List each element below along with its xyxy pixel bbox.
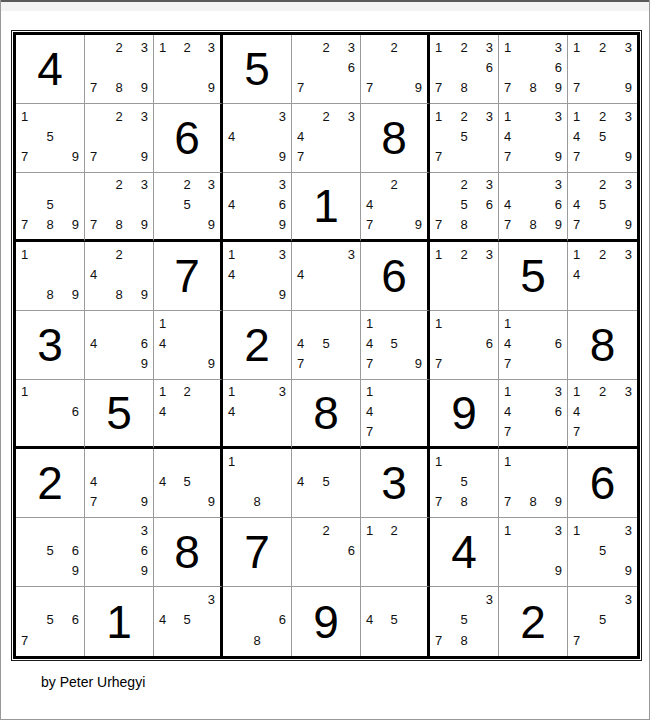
cell-r6c8[interactable]: 13467 [499, 380, 568, 449]
cell-r6c1[interactable]: 16 [16, 380, 85, 449]
pencil-mark-3: 3 [612, 37, 632, 57]
pencil-slot [523, 333, 542, 353]
cell-r9c8[interactable]: 2 [499, 587, 568, 656]
cell-r8c1[interactable]: 569 [16, 518, 85, 587]
pencil-mark-4: 4 [504, 402, 523, 422]
cell-r4c9[interactable]: 1234 [568, 242, 637, 311]
cell-r9c7[interactable]: 3578 [430, 587, 499, 656]
cell-r7c2[interactable]: 479 [85, 449, 154, 518]
cell-r1c5[interactable]: 2367 [292, 35, 361, 104]
pencil-mark-7: 7 [435, 630, 454, 651]
cell-r3c8[interactable]: 346789 [499, 173, 568, 242]
cell-r1c1[interactable]: 4 [16, 35, 85, 104]
pencil-slot [612, 264, 632, 284]
pencil-slot [267, 264, 286, 284]
cell-r4c7[interactable]: 123 [430, 242, 499, 311]
cell-r1c8[interactable]: 136789 [499, 35, 568, 104]
pencil-mark-3: 3 [267, 244, 286, 264]
pencil-slot [543, 421, 562, 441]
pencil-mark-2: 2 [109, 244, 128, 264]
pencil-mark-6: 6 [543, 195, 562, 215]
pencil-slot [385, 630, 404, 651]
pencil-slot [60, 382, 79, 402]
cell-r2c9[interactable]: 1234579 [568, 104, 637, 173]
pencil-slot [316, 313, 335, 333]
pencil-mark-5: 5 [178, 195, 197, 215]
pencil-mark-6: 6 [267, 195, 286, 215]
cell-r7c1[interactable]: 2 [16, 449, 85, 518]
cell-r5c7[interactable]: 167 [430, 311, 499, 380]
pencil-mark-7: 7 [21, 630, 40, 651]
given-digit: 5 [106, 390, 132, 436]
pencil-mark-9: 9 [60, 214, 79, 234]
cell-r8c7[interactable]: 4 [430, 518, 499, 587]
pencil-mark-9: 9 [543, 492, 562, 512]
pencil-slot [60, 520, 79, 540]
pencil-slot [593, 264, 613, 284]
cell-r2c6[interactable]: 8 [361, 104, 430, 173]
pencil-slot [523, 57, 542, 77]
cell-r2c8[interactable]: 13479 [499, 104, 568, 173]
given-digit: 7 [174, 253, 200, 299]
pencil-slot [543, 313, 562, 333]
cell-r9c3[interactable]: 345 [154, 587, 223, 656]
pencil-mark-3: 3 [612, 589, 632, 610]
pencil-mark-8: 8 [247, 630, 266, 651]
pencil-slot [247, 147, 266, 167]
pencil-mark-6: 6 [129, 540, 148, 560]
pencil-mark-1: 1 [504, 106, 523, 126]
cell-r3c4[interactable]: 3469 [223, 173, 292, 242]
given-digit: 8 [174, 529, 200, 575]
pencil-slot [109, 313, 128, 333]
pencil-slot [297, 106, 316, 126]
pencil-mark-3: 3 [336, 37, 355, 57]
pencil-slot [523, 382, 542, 402]
cell-r4c1[interactable]: 189 [16, 242, 85, 311]
pencil-slot [316, 264, 335, 284]
cell-r2c4[interactable]: 349 [223, 104, 292, 173]
pencil-slot [196, 610, 215, 631]
cell-r3c9[interactable]: 234579 [568, 173, 637, 242]
pencil-slot [40, 147, 59, 167]
pencil-mark-8: 8 [454, 78, 473, 98]
pencil-slot [109, 57, 128, 77]
pencil-slot [403, 175, 422, 195]
pencil-slot [196, 57, 215, 77]
pencil-slot [403, 195, 422, 215]
cell-r4c8[interactable]: 5 [499, 242, 568, 311]
cell-r7c3[interactable]: 459 [154, 449, 223, 518]
pencil-slot [336, 561, 355, 581]
pencil-slot [60, 630, 79, 651]
given-digit: 5 [244, 46, 270, 92]
pencil-slot [385, 195, 404, 215]
pencil-slot [454, 57, 473, 77]
cell-r6c6[interactable]: 147 [361, 380, 430, 449]
cell-r2c3[interactable]: 6 [154, 104, 223, 173]
given-digit: 2 [520, 599, 546, 645]
pencil-mark-9: 9 [267, 214, 286, 234]
cell-r6c3[interactable]: 124 [154, 380, 223, 449]
cell-r6c2[interactable]: 5 [85, 380, 154, 449]
pencil-slot [247, 402, 266, 422]
pencil-mark-3: 3 [612, 175, 632, 195]
pencil-mark-1: 1 [228, 382, 247, 402]
pencil-slot [612, 126, 632, 146]
given-digit: 7 [244, 529, 270, 575]
pencil-slot [196, 451, 215, 471]
pencil-mark-3: 3 [267, 106, 286, 126]
pencil-slot [21, 421, 40, 441]
pencil-mark-9: 9 [129, 492, 148, 512]
pencil-slot [228, 610, 247, 631]
pencil-slot [336, 333, 355, 353]
pencil-slot [109, 471, 128, 491]
pencil-mark-1: 1 [435, 244, 454, 264]
cell-r1c9[interactable]: 12379 [568, 35, 637, 104]
pencil-mark-7: 7 [366, 214, 385, 234]
pencil-slot [385, 540, 404, 560]
pencil-slot [593, 421, 613, 441]
pencil-mark-5: 5 [40, 195, 59, 215]
pencil-mark-9: 9 [60, 147, 79, 167]
cell-r4c6[interactable]: 6 [361, 242, 430, 311]
pencil-mark-6: 6 [336, 57, 355, 77]
pencil-slot [159, 589, 178, 610]
pencil-mark-9: 9 [129, 354, 148, 374]
cell-r3c3[interactable]: 2359 [154, 173, 223, 242]
pencil-mark-1: 1 [504, 37, 523, 57]
pencil-mark-1: 1 [504, 451, 523, 471]
cell-r5c2[interactable]: 469 [85, 311, 154, 380]
pencil-mark-8: 8 [454, 630, 473, 651]
pencil-mark-2: 2 [593, 244, 613, 264]
cell-r7c8[interactable]: 1789 [499, 449, 568, 518]
pencil-mark-8: 8 [523, 78, 542, 98]
pencil-mark-9: 9 [196, 214, 215, 234]
pencil-slot [336, 313, 355, 333]
cell-r8c3[interactable]: 8 [154, 518, 223, 587]
pencil-slot [454, 264, 473, 284]
cell-r1c2[interactable]: 23789 [85, 35, 154, 104]
pencil-slot [504, 540, 523, 560]
pencil-slot [178, 214, 197, 234]
cell-r1c4[interactable]: 5 [223, 35, 292, 104]
pencil-slot [385, 402, 404, 422]
pencil-mark-9: 9 [403, 354, 422, 374]
pencil-mark-7: 7 [504, 492, 523, 512]
cell-r2c5[interactable]: 2347 [292, 104, 361, 173]
pencil-slot [297, 57, 316, 77]
pencil-slot [297, 244, 316, 264]
pencil-slot [90, 354, 109, 374]
pencil-slot [523, 520, 542, 540]
pencil-slot [454, 589, 473, 610]
pencil-mark-7: 7 [90, 147, 109, 167]
pencil-slot [403, 37, 422, 57]
cell-r9c9[interactable]: 357 [568, 587, 637, 656]
pencil-slot [228, 106, 247, 126]
pencil-slot [178, 57, 197, 77]
pencil-mark-6: 6 [336, 540, 355, 560]
cell-r9c2[interactable]: 1 [85, 587, 154, 656]
cell-r7c4[interactable]: 18 [223, 449, 292, 518]
pencil-mark-9: 9 [129, 285, 148, 305]
pencil-slot [523, 313, 542, 333]
pencil-mark-7: 7 [90, 492, 109, 512]
pencil-mark-9: 9 [612, 147, 632, 167]
pencil-mark-2: 2 [178, 175, 197, 195]
pencil-mark-2: 2 [454, 244, 473, 264]
pencil-mark-4: 4 [159, 610, 178, 631]
pencil-slot [474, 147, 493, 167]
pencil-slot [435, 195, 454, 215]
given-digit: 8 [313, 390, 339, 436]
pencil-slot [90, 244, 109, 264]
pencil-slot [228, 147, 247, 167]
pencil-slot [90, 126, 109, 146]
cell-r8c4[interactable]: 7 [223, 518, 292, 587]
pencil-slot [90, 285, 109, 305]
pencil-mark-9: 9 [403, 78, 422, 98]
pencil-slot [385, 561, 404, 581]
pencil-mark-8: 8 [454, 492, 473, 512]
given-digit: 3 [37, 322, 63, 368]
pencil-slot [196, 421, 215, 441]
cell-r5c1[interactable]: 3 [16, 311, 85, 380]
pencil-mark-4: 4 [573, 195, 593, 215]
pencil-slot [40, 244, 59, 264]
pencil-slot [196, 382, 215, 402]
cell-r9c1[interactable]: 567 [16, 587, 85, 656]
pencil-slot [385, 78, 404, 98]
pencil-mark-9: 9 [129, 147, 148, 167]
pencil-slot [297, 285, 316, 305]
pencil-mark-6: 6 [60, 610, 79, 631]
cell-r5c5[interactable]: 457 [292, 311, 361, 380]
pencil-slot [474, 610, 493, 631]
cell-r9c4[interactable]: 68 [223, 587, 292, 656]
pencil-slot [247, 610, 266, 631]
pencil-slot [316, 147, 335, 167]
cell-r7c5[interactable]: 45 [292, 449, 361, 518]
pencil-mark-3: 3 [543, 520, 562, 540]
pencil-mark-5: 5 [454, 471, 473, 491]
pencil-slot [297, 561, 316, 581]
pencil-slot [523, 37, 542, 57]
pencil-slot [366, 561, 385, 581]
pencil-mark-1: 1 [573, 106, 593, 126]
cell-r3c1[interactable]: 5789 [16, 173, 85, 242]
pencil-slot [366, 540, 385, 560]
pencil-slot [178, 354, 197, 374]
cell-r3c2[interactable]: 23789 [85, 173, 154, 242]
cell-r7c9[interactable]: 6 [568, 449, 637, 518]
cell-r4c3[interactable]: 7 [154, 242, 223, 311]
cell-r4c2[interactable]: 2489 [85, 242, 154, 311]
pencil-slot [543, 354, 562, 374]
pencil-slot [612, 402, 632, 422]
pencil-mark-1: 1 [573, 37, 593, 57]
pencil-mark-3: 3 [543, 37, 562, 57]
pencil-mark-4: 4 [297, 471, 316, 491]
cell-r8c2[interactable]: 369 [85, 518, 154, 587]
cell-r6c9[interactable]: 12347 [568, 380, 637, 449]
given-digit: 3 [381, 460, 407, 506]
pencil-mark-4: 4 [366, 333, 385, 353]
cell-r8c9[interactable]: 1359 [568, 518, 637, 587]
pencil-mark-1: 1 [504, 382, 523, 402]
cell-r3c6[interactable]: 2479 [361, 173, 430, 242]
pencil-slot [316, 244, 335, 264]
pencil-slot [612, 195, 632, 215]
pencil-slot [40, 402, 59, 422]
pencil-mark-3: 3 [129, 37, 148, 57]
pencil-mark-1: 1 [366, 382, 385, 402]
pencil-mark-7: 7 [573, 147, 593, 167]
cell-r5c3[interactable]: 149 [154, 311, 223, 380]
pencil-mark-3: 3 [196, 37, 215, 57]
cell-r1c7[interactable]: 123678 [430, 35, 499, 104]
pencil-slot [40, 175, 59, 195]
cell-r3c5[interactable]: 1 [292, 173, 361, 242]
pencil-slot [109, 520, 128, 540]
pencil-mark-9: 9 [612, 214, 632, 234]
pencil-mark-2: 2 [109, 37, 128, 57]
pencil-slot [336, 264, 355, 284]
pencil-slot [316, 126, 335, 146]
cell-r6c4[interactable]: 134 [223, 380, 292, 449]
pencil-slot [435, 57, 454, 77]
cell-r2c1[interactable]: 1579 [16, 104, 85, 173]
pencil-mark-7: 7 [366, 421, 385, 441]
pencil-slot [403, 610, 422, 631]
cell-r9c5[interactable]: 9 [292, 587, 361, 656]
given-digit: 9 [451, 390, 477, 436]
pencil-slot [129, 195, 148, 215]
pencil-mark-5: 5 [454, 126, 473, 146]
pencil-mark-1: 1 [159, 382, 178, 402]
cell-r7c6[interactable]: 3 [361, 449, 430, 518]
pencil-slot [336, 451, 355, 471]
cell-r4c4[interactable]: 1349 [223, 242, 292, 311]
pencil-slot [60, 589, 79, 610]
pencil-mark-7: 7 [435, 492, 454, 512]
cell-r2c7[interactable]: 12357 [430, 104, 499, 173]
pencil-slot [573, 57, 593, 77]
pencil-slot [129, 264, 148, 284]
pencil-slot [336, 147, 355, 167]
pencil-slot [228, 492, 247, 512]
pencil-slot [90, 313, 109, 333]
pencil-slot [178, 451, 197, 471]
cell-r9c6[interactable]: 45 [361, 587, 430, 656]
pencil-mark-2: 2 [593, 37, 613, 57]
cell-r5c6[interactable]: 14579 [361, 311, 430, 380]
cell-r7c7[interactable]: 1578 [430, 449, 499, 518]
cell-r2c2[interactable]: 2379 [85, 104, 154, 173]
pencil-slot [21, 610, 40, 631]
top-bar [1, 2, 649, 11]
pencil-mark-1: 1 [159, 37, 178, 57]
pencil-slot [109, 451, 128, 471]
cell-r6c5[interactable]: 8 [292, 380, 361, 449]
pencil-mark-6: 6 [543, 402, 562, 422]
cell-r1c3[interactable]: 1239 [154, 35, 223, 104]
pencil-mark-9: 9 [543, 78, 562, 98]
pencil-mark-6: 6 [60, 540, 79, 560]
pencil-slot [159, 492, 178, 512]
pencil-slot [504, 57, 523, 77]
pencil-mark-1: 1 [573, 382, 593, 402]
pencil-slot [474, 630, 493, 651]
pencil-slot [247, 214, 266, 234]
pencil-slot [523, 147, 542, 167]
pencil-slot [196, 333, 215, 353]
pencil-slot [523, 195, 542, 215]
pencil-slot [109, 540, 128, 560]
pencil-mark-1: 1 [435, 37, 454, 57]
given-digit: 8 [590, 322, 616, 368]
pencil-slot [178, 402, 197, 422]
pencil-slot [159, 354, 178, 374]
cell-r6c7[interactable]: 9 [430, 380, 499, 449]
pencil-mark-6: 6 [129, 333, 148, 353]
cell-r5c8[interactable]: 1467 [499, 311, 568, 380]
pencil-mark-5: 5 [593, 540, 613, 560]
pencil-slot [247, 126, 266, 146]
pencil-mark-2: 2 [178, 382, 197, 402]
pencil-mark-4: 4 [366, 402, 385, 422]
pencil-slot [109, 333, 128, 353]
pencil-mark-1: 1 [504, 520, 523, 540]
pencil-slot [178, 333, 197, 353]
cell-r8c8[interactable]: 139 [499, 518, 568, 587]
pencil-mark-4: 4 [573, 402, 593, 422]
pencil-slot [523, 421, 542, 441]
cell-r1c6[interactable]: 279 [361, 35, 430, 104]
pencil-mark-6: 6 [474, 57, 493, 77]
pencil-mark-3: 3 [129, 175, 148, 195]
pencil-slot [593, 589, 613, 610]
pencil-slot [60, 195, 79, 215]
pencil-slot [573, 610, 593, 631]
pencil-mark-2: 2 [593, 106, 613, 126]
pencil-slot [336, 78, 355, 98]
cell-r3c7[interactable]: 235678 [430, 173, 499, 242]
cell-r5c9[interactable]: 8 [568, 311, 637, 380]
pencil-mark-9: 9 [267, 147, 286, 167]
pencil-mark-9: 9 [60, 561, 79, 581]
cell-r8c5[interactable]: 26 [292, 518, 361, 587]
cell-r5c4[interactable]: 2 [223, 311, 292, 380]
cell-r4c5[interactable]: 34 [292, 242, 361, 311]
pencil-mark-1: 1 [504, 313, 523, 333]
pencil-mark-4: 4 [504, 333, 523, 353]
pencil-mark-1: 1 [366, 520, 385, 540]
pencil-slot [366, 589, 385, 610]
pencil-mark-2: 2 [178, 37, 197, 57]
pencil-slot [504, 471, 523, 491]
pencil-slot [316, 285, 335, 305]
cell-r8c6[interactable]: 12 [361, 518, 430, 587]
pencil-mark-9: 9 [129, 78, 148, 98]
pencil-slot [336, 492, 355, 512]
pencil-slot [228, 175, 247, 195]
pencil-slot [403, 520, 422, 540]
pencil-slot [573, 540, 593, 560]
